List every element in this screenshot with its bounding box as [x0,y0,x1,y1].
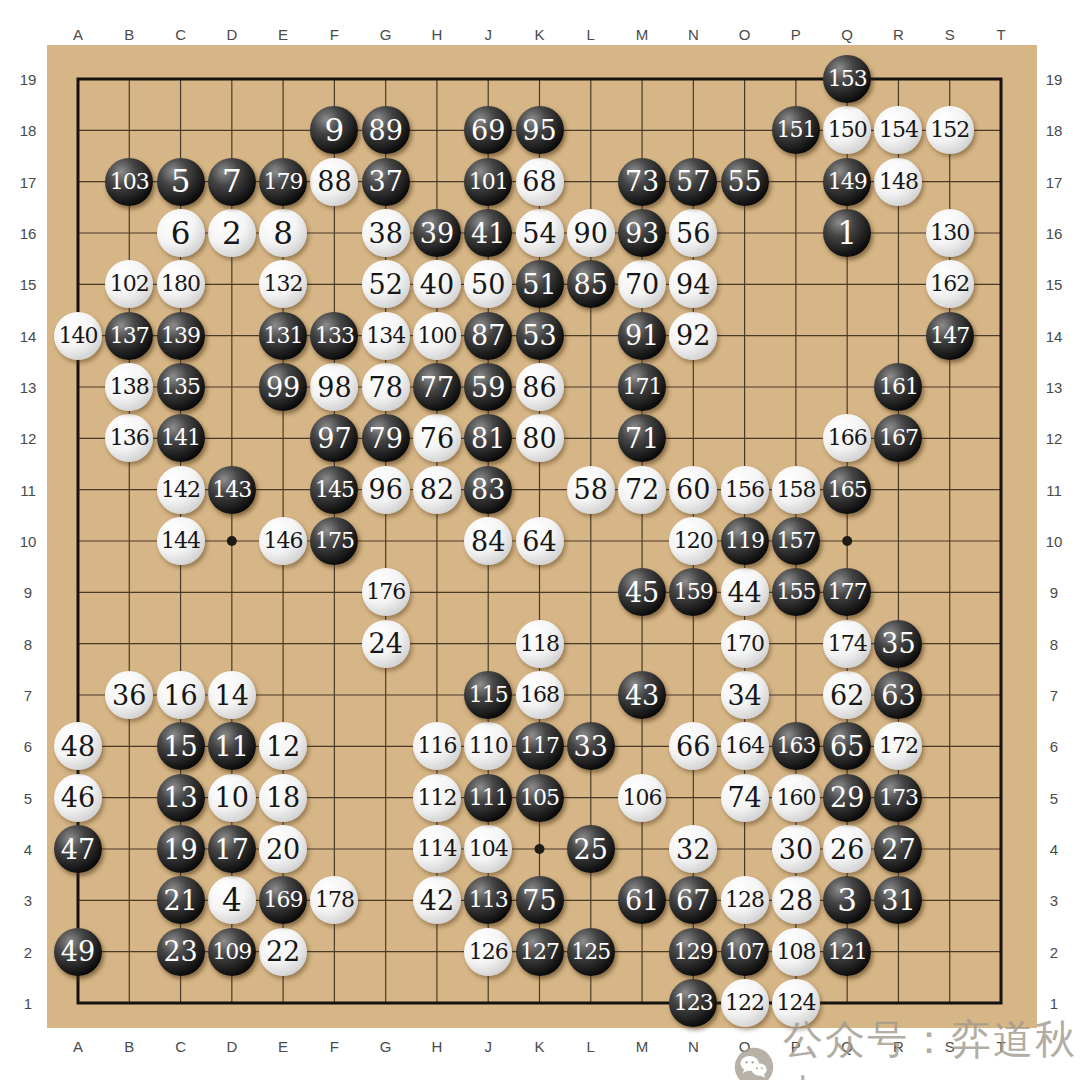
row-label-right-4: 4 [1050,841,1058,858]
stone-J5: 111 [464,774,512,822]
column-label-top-M: M [636,26,649,43]
move-number: 19 [163,836,197,863]
stone-M7: 43 [618,671,666,719]
column-label-bottom-N: N [688,1038,699,1055]
stone-L2: 125 [567,928,615,976]
move-number: 144 [161,530,200,552]
column-label-top-Q: Q [841,26,853,43]
move-number: 73 [625,168,659,195]
row-label-left-8: 8 [24,635,32,652]
stone-C14: 139 [157,312,205,360]
stone-P2: 108 [772,928,820,976]
move-number: 63 [881,682,915,709]
stone-C10: 144 [157,517,205,565]
move-number: 138 [110,376,149,398]
row-label-right-9: 9 [1050,584,1058,601]
move-number: 77 [420,374,454,401]
move-number: 45 [625,579,659,606]
move-number: 56 [676,220,710,247]
move-number: 74 [727,784,761,811]
move-number: 25 [574,836,608,863]
row-label-right-14: 14 [1046,327,1063,344]
stone-Q11: 165 [823,466,871,514]
stone-A14: 140 [54,312,102,360]
row-label-right-16: 16 [1046,225,1063,242]
move-number: 43 [625,682,659,709]
move-number: 156 [725,479,764,501]
move-number: 124 [776,992,815,1014]
move-number: 157 [776,530,815,552]
row-label-right-18: 18 [1046,122,1063,139]
stone-R17: 148 [874,158,922,206]
move-number: 106 [623,787,662,809]
move-number: 85 [574,271,608,298]
move-number: 155 [776,581,815,603]
move-number: 159 [674,581,713,603]
column-label-top-E: E [278,26,288,43]
move-number: 120 [674,530,713,552]
stone-G11: 96 [362,466,410,514]
row-label-left-1: 1 [24,995,32,1012]
stone-Q16: 1 [823,209,871,257]
move-number: 62 [830,682,864,709]
move-number: 154 [879,119,918,141]
stone-K12: 80 [516,414,564,462]
row-label-left-2: 2 [24,943,32,960]
stone-Q2: 121 [823,928,871,976]
stone-L11: 58 [567,466,615,514]
row-label-left-10: 10 [20,533,37,550]
stone-H11: 82 [413,466,461,514]
stone-G16: 38 [362,209,410,257]
move-number: 134 [366,325,405,347]
stone-P18: 151 [772,106,820,154]
move-number: 47 [61,836,95,863]
column-label-bottom-G: G [380,1038,392,1055]
move-number: 160 [776,787,815,809]
stone-O2: 107 [721,928,769,976]
move-number: 123 [674,992,713,1014]
stone-S18: 152 [926,106,974,154]
move-number: 16 [163,682,197,709]
row-label-left-3: 3 [24,892,32,909]
move-number: 164 [725,735,764,757]
move-number: 46 [61,784,95,811]
stone-K2: 127 [516,928,564,976]
move-number: 158 [776,479,815,501]
stone-P9: 155 [772,568,820,616]
row-label-left-19: 19 [20,71,37,88]
move-number: 55 [727,168,761,195]
move-number: 93 [625,220,659,247]
move-number: 53 [522,322,556,349]
move-number: 94 [676,271,710,298]
move-number: 12 [266,733,300,760]
stone-O9: 44 [721,568,769,616]
stone-D7: 14 [208,671,256,719]
move-number: 111 [469,787,508,809]
row-label-left-7: 7 [24,687,32,704]
move-number: 49 [61,938,95,965]
row-label-left-15: 15 [20,276,37,293]
move-number: 2 [222,218,242,249]
move-number: 29 [830,784,864,811]
column-label-top-B: B [124,26,134,43]
move-number: 177 [828,581,867,603]
move-number: 34 [727,682,761,709]
move-number: 23 [163,938,197,965]
move-number: 135 [161,376,200,398]
stone-G8: 24 [362,620,410,668]
stone-D5: 10 [208,774,256,822]
move-number: 8 [273,218,293,249]
stone-M14: 91 [618,312,666,360]
move-number: 76 [420,425,454,452]
move-number: 1 [837,218,857,249]
move-number: 139 [161,325,200,347]
stone-K17: 68 [516,158,564,206]
stone-H14: 100 [413,312,461,360]
stone-C7: 16 [157,671,205,719]
stone-C2: 23 [157,928,205,976]
stone-H13: 77 [413,363,461,411]
stone-P10: 157 [772,517,820,565]
stone-J2: 126 [464,928,512,976]
move-number: 80 [522,425,556,452]
stone-S15: 162 [926,260,974,308]
move-number: 89 [369,117,403,144]
move-number: 126 [469,941,508,963]
move-number: 87 [471,322,505,349]
stone-J14: 87 [464,312,512,360]
move-number: 119 [725,530,764,552]
move-number: 67 [676,887,710,914]
row-label-right-5: 5 [1050,789,1058,806]
move-number: 141 [161,427,200,449]
stone-K13: 86 [516,363,564,411]
move-number: 114 [417,838,456,860]
stone-O3: 128 [721,876,769,924]
move-number: 9 [325,115,345,146]
column-label-bottom-M: M [636,1038,649,1055]
column-label-bottom-B: B [124,1038,134,1055]
stone-G17: 37 [362,158,410,206]
move-number: 42 [420,887,454,914]
move-number: 132 [264,273,303,295]
stone-R8: 35 [874,620,922,668]
stone-N4: 32 [669,825,717,873]
stone-E13: 99 [259,363,307,411]
move-number: 86 [522,374,556,401]
move-number: 169 [264,889,303,911]
column-label-top-J: J [484,26,492,43]
column-label-bottom-A: A [73,1038,83,1055]
row-label-right-6: 6 [1050,738,1058,755]
move-number: 153 [828,68,867,90]
move-number: 176 [366,581,405,603]
move-number: 36 [112,682,146,709]
stone-N14: 92 [669,312,717,360]
move-number: 3 [837,885,857,916]
stone-G14: 134 [362,312,410,360]
move-number: 78 [369,374,403,401]
move-number: 130 [930,222,969,244]
wechat-icon [733,1046,775,1080]
move-number: 122 [725,992,764,1014]
move-number: 97 [317,425,351,452]
stone-P3: 28 [772,876,820,924]
stone-A6: 48 [54,722,102,770]
row-label-left-13: 13 [20,379,37,396]
row-label-left-6: 6 [24,738,32,755]
stone-G9: 176 [362,568,410,616]
move-number: 110 [469,735,508,757]
stone-C17: 5 [157,158,205,206]
move-number: 51 [522,271,556,298]
stone-G15: 52 [362,260,410,308]
move-number: 151 [776,119,815,141]
move-number: 100 [417,325,456,347]
move-number: 171 [623,376,662,398]
stone-N11: 60 [669,466,717,514]
move-number: 44 [727,579,761,606]
move-number: 26 [830,836,864,863]
move-number: 173 [879,787,918,809]
move-number: 91 [625,322,659,349]
move-number: 52 [369,271,403,298]
stone-D11: 143 [208,466,256,514]
move-number: 32 [676,836,710,863]
stone-O6: 164 [721,722,769,770]
stone-D2: 109 [208,928,256,976]
move-number: 165 [828,479,867,501]
stone-B17: 103 [105,158,153,206]
stone-J11: 83 [464,466,512,514]
column-label-bottom-J: J [484,1038,492,1055]
stone-F11: 145 [310,466,358,514]
row-label-right-13: 13 [1046,379,1063,396]
move-number: 107 [725,941,764,963]
move-number: 104 [469,838,508,860]
move-number: 175 [315,530,354,552]
row-label-right-10: 10 [1046,533,1063,550]
move-number: 35 [881,630,915,657]
stone-B13: 138 [105,363,153,411]
move-number: 40 [420,271,454,298]
stone-P4: 30 [772,825,820,873]
stone-M5: 106 [618,774,666,822]
stone-J10: 84 [464,517,512,565]
column-label-bottom-K: K [534,1038,544,1055]
move-number: 27 [881,836,915,863]
move-number: 162 [930,273,969,295]
column-label-bottom-F: F [330,1038,339,1055]
move-number: 117 [520,735,559,757]
row-label-right-1: 1 [1050,995,1058,1012]
move-number: 13 [163,784,197,811]
move-number: 38 [369,220,403,247]
stone-H4: 114 [413,825,461,873]
stone-P6: 163 [772,722,820,770]
stone-E10: 146 [259,517,307,565]
move-number: 65 [830,733,864,760]
stone-C16: 6 [157,209,205,257]
column-label-top-F: F [330,26,339,43]
row-label-left-11: 11 [20,481,36,498]
stone-E2: 22 [259,928,307,976]
move-number: 75 [522,887,556,914]
move-number: 68 [522,168,556,195]
row-label-left-18: 18 [20,122,37,139]
move-number: 128 [725,889,764,911]
stone-G18: 89 [362,106,410,154]
move-number: 60 [676,476,710,503]
stone-O11: 156 [721,466,769,514]
move-number: 147 [930,325,969,347]
move-number: 109 [212,941,251,963]
move-number: 129 [674,941,713,963]
stone-J17: 101 [464,158,512,206]
stone-B7: 36 [105,671,153,719]
row-label-left-9: 9 [24,584,32,601]
move-number: 66 [676,733,710,760]
move-number: 83 [471,476,505,503]
move-number: 127 [520,941,559,963]
stone-D6: 11 [208,722,256,770]
move-number: 163 [776,735,815,757]
column-label-top-R: R [893,26,904,43]
stone-L15: 85 [567,260,615,308]
column-label-bottom-D: D [226,1038,237,1055]
column-label-top-T: T [996,26,1005,43]
move-number: 170 [725,633,764,655]
move-number: 14 [215,682,249,709]
stone-O8: 170 [721,620,769,668]
stone-A5: 46 [54,774,102,822]
move-number: 22 [266,938,300,965]
row-label-left-5: 5 [24,789,32,806]
stone-K5: 105 [516,774,564,822]
move-number: 101 [469,171,508,193]
move-number: 150 [828,119,867,141]
stone-D17: 7 [208,158,256,206]
stone-S14: 147 [926,312,974,360]
watermark-text: 公众号：弈道秋声 [783,1012,1080,1080]
move-number: 99 [266,374,300,401]
move-number: 172 [879,735,918,757]
move-number: 161 [879,376,918,398]
move-number: 31 [881,887,915,914]
column-label-top-P: P [791,26,801,43]
move-number: 118 [520,633,559,655]
stone-K18: 95 [516,106,564,154]
move-number: 95 [522,117,556,144]
column-label-top-O: O [739,26,751,43]
column-label-top-N: N [688,26,699,43]
stone-C11: 142 [157,466,205,514]
move-number: 108 [776,941,815,963]
stone-S16: 130 [926,209,974,257]
move-number: 178 [315,889,354,911]
stone-N10: 120 [669,517,717,565]
move-number: 96 [369,476,403,503]
row-label-right-8: 8 [1050,635,1058,652]
stone-Q17: 149 [823,158,871,206]
move-number: 61 [625,887,659,914]
stone-D3: 4 [208,876,256,924]
stone-Q4: 26 [823,825,871,873]
move-number: 82 [420,476,454,503]
row-label-left-16: 16 [20,225,37,242]
stone-M17: 73 [618,158,666,206]
move-number: 131 [264,325,303,347]
move-number: 142 [161,479,200,501]
move-number: 72 [625,476,659,503]
stone-A2: 49 [54,928,102,976]
stone-Q5: 29 [823,774,871,822]
stone-C3: 21 [157,876,205,924]
column-label-top-C: C [175,26,186,43]
move-number: 18 [266,784,300,811]
stone-C15: 180 [157,260,205,308]
stone-J13: 59 [464,363,512,411]
stone-O10: 119 [721,517,769,565]
move-number: 70 [625,271,659,298]
stone-H15: 40 [413,260,461,308]
row-label-right-12: 12 [1046,430,1063,447]
stone-N2: 129 [669,928,717,976]
stone-G13: 78 [362,363,410,411]
column-label-top-D: D [226,26,237,43]
move-number: 174 [828,633,867,655]
stone-Q19: 153 [823,55,871,103]
move-number: 33 [574,733,608,760]
column-label-bottom-H: H [432,1038,443,1055]
stone-O17: 55 [721,158,769,206]
stone-K10: 64 [516,517,564,565]
stone-B14: 137 [105,312,153,360]
move-number: 21 [163,887,197,914]
move-number: 148 [879,171,918,193]
move-number: 121 [828,941,867,963]
stone-L6: 33 [567,722,615,770]
stone-C4: 19 [157,825,205,873]
move-number: 5 [171,166,191,197]
stone-L4: 25 [567,825,615,873]
move-number: 37 [369,168,403,195]
move-number: 4 [222,885,242,916]
stone-K8: 118 [516,620,564,668]
move-number: 90 [574,220,608,247]
move-number: 7 [222,166,242,197]
move-number: 54 [522,220,556,247]
move-number: 20 [266,836,300,863]
stone-O7: 34 [721,671,769,719]
move-number: 113 [469,889,508,911]
move-number: 112 [417,787,456,809]
move-number: 79 [369,425,403,452]
move-number: 143 [212,479,251,501]
stone-C13: 135 [157,363,205,411]
column-label-top-H: H [432,26,443,43]
column-label-top-S: S [945,26,955,43]
stone-K6: 117 [516,722,564,770]
move-number: 39 [420,220,454,247]
move-number: 71 [625,425,659,452]
stone-M13: 171 [618,363,666,411]
move-number: 92 [676,322,710,349]
move-number: 58 [574,476,608,503]
